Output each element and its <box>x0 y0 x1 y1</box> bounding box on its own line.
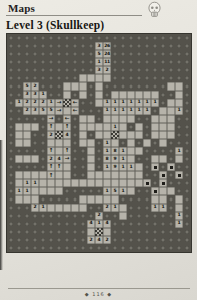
map-cell-floor <box>87 74 95 82</box>
map-cell-wall <box>183 171 191 179</box>
map-cell-wall <box>47 34 55 42</box>
map-cell-wall <box>167 220 175 228</box>
map-cell-wall <box>175 163 183 171</box>
map-cell-number: 2 <box>47 155 55 163</box>
map-cell-wall <box>63 228 71 236</box>
map-cell-wall <box>71 66 79 74</box>
map-cell-wall <box>127 228 135 236</box>
map-cell-arrow: ↑ <box>63 147 71 155</box>
map-cell-number: 1 <box>119 155 127 163</box>
map-cell-wall <box>79 155 87 163</box>
map-cell-wall <box>167 236 175 244</box>
map-cell-wall <box>15 212 23 220</box>
map-cell-floor <box>159 187 167 195</box>
map-cell-floor <box>175 204 183 212</box>
map-cell-wall <box>159 82 167 90</box>
map-cell-wall <box>39 42 47 50</box>
map-cell-wall <box>159 34 167 42</box>
map-cell-wall <box>183 187 191 195</box>
map-cell-floor <box>23 139 31 147</box>
map-cell-wall <box>127 34 135 42</box>
map-cell-wall <box>119 58 127 66</box>
map-cell-wall <box>71 74 79 82</box>
map-cell-pillar <box>175 171 183 179</box>
map-cell-floor <box>151 123 159 131</box>
map-cell-floor <box>79 91 87 99</box>
map-cell-wall <box>103 244 111 252</box>
map-cell-wall <box>23 244 31 252</box>
map-cell-wall <box>47 236 55 244</box>
map-cell-floor <box>167 82 175 90</box>
map-cell-floor <box>167 131 175 139</box>
map-cell-wall <box>111 212 119 220</box>
map-cell-wall <box>135 155 143 163</box>
map-cell-wall <box>151 107 159 115</box>
map-cell-floor <box>87 163 95 171</box>
map-cell-wall <box>7 220 15 228</box>
map-cell-wall <box>55 91 63 99</box>
map-cell-wall <box>63 42 71 50</box>
map-cell-wall <box>151 42 159 50</box>
map-cell-number: 2 <box>87 236 95 244</box>
map-cell-wall <box>87 42 95 50</box>
map-cell-wall <box>7 204 15 212</box>
map-cell-floor <box>159 155 167 163</box>
map-cell-wall <box>159 91 167 99</box>
map-cell-number: 8 <box>111 147 119 155</box>
map-cell-floor <box>15 155 23 163</box>
map-cell-wall <box>15 74 23 82</box>
map-cell-floor <box>135 147 143 155</box>
map-cell-wall <box>159 58 167 66</box>
map-cell-number: 2 <box>39 99 47 107</box>
map-cell-wall <box>143 163 151 171</box>
map-cell-wall <box>135 204 143 212</box>
map-cell-wall <box>183 115 191 123</box>
map-cell-wall <box>7 163 15 171</box>
map-cell-wall <box>127 74 135 82</box>
map-cell-floor <box>167 187 175 195</box>
map-cell-wall <box>7 34 15 42</box>
map-cell-wall <box>143 50 151 58</box>
map-cell-wall <box>15 34 23 42</box>
map-cell-wall <box>175 66 183 74</box>
map-cell-wall <box>47 66 55 74</box>
map-cell-wall <box>119 42 127 50</box>
map-cell-wall <box>79 50 87 58</box>
map-cell-wall <box>119 236 127 244</box>
map-cell-wall <box>47 42 55 50</box>
map-cell-wall <box>79 236 87 244</box>
map-cell-floor <box>127 139 135 147</box>
map-cell-number: 2 <box>47 131 55 139</box>
map-cell-wall <box>135 34 143 42</box>
map-cell-wall <box>7 66 15 74</box>
map-cell-wall <box>175 236 183 244</box>
map-cell-floor <box>151 115 159 123</box>
map-cell-wall <box>167 228 175 236</box>
map-cell-wall <box>151 58 159 66</box>
map-cell-wall <box>15 107 23 115</box>
map-cell-wall <box>31 236 39 244</box>
map-cell-floor <box>127 155 135 163</box>
map-cell-wall <box>71 34 79 42</box>
map-cell-wall <box>151 74 159 82</box>
map-cell-number: 1 <box>119 99 127 107</box>
map-cell-wall <box>23 50 31 58</box>
map-cell-wall <box>79 187 87 195</box>
map-cell-floor <box>103 123 111 131</box>
map-cell-wall <box>7 195 15 203</box>
map-cell-floor <box>95 123 103 131</box>
map-cell-wall <box>39 195 47 203</box>
map-cell-wall <box>143 244 151 252</box>
map-cell-wall <box>71 155 79 163</box>
map-cell-wall <box>135 195 143 203</box>
map-cell-floor <box>31 155 39 163</box>
map-cell-arrow: → <box>55 99 63 107</box>
map-cell-wall <box>183 155 191 163</box>
map-cell-wall <box>55 244 63 252</box>
map-cell-wall <box>71 163 79 171</box>
map-cell-wall <box>159 220 167 228</box>
map-cell-number: 1 <box>23 187 31 195</box>
map-cell-wall <box>127 220 135 228</box>
map-cell-wall <box>23 163 31 171</box>
map-cell-wall <box>87 34 95 42</box>
map-cell-wall <box>159 66 167 74</box>
map-cell-floor <box>119 131 127 139</box>
map-cell-wall <box>135 66 143 74</box>
map-cell-floor <box>71 179 79 187</box>
map-cell-number: 3 <box>95 66 103 74</box>
map-cell-floor <box>103 195 111 203</box>
map-cell-wall <box>7 82 15 90</box>
map-cell-wall <box>127 123 135 131</box>
map-cell-wall <box>151 147 159 155</box>
map-cell-wall <box>183 34 191 42</box>
map-cell-wall <box>7 58 15 66</box>
map-cell-wall <box>15 147 23 155</box>
map-cell-wall <box>183 123 191 131</box>
map-cell-arrow: → <box>55 107 63 115</box>
map-cell-number: 2 <box>23 107 31 115</box>
map-cell-wall <box>135 244 143 252</box>
map-cell-wall <box>127 244 135 252</box>
map-cell-wall <box>167 42 175 50</box>
map-cell-wall <box>127 204 135 212</box>
map-cell-wall <box>31 66 39 74</box>
map-cell-wall <box>135 139 143 147</box>
map-cell-wall <box>159 74 167 82</box>
map-cell-wall <box>143 228 151 236</box>
map-cell-wall <box>183 147 191 155</box>
map-cell-wall <box>71 244 79 252</box>
map-cell-wall <box>55 42 63 50</box>
map-cell-wall <box>7 115 15 123</box>
map-cell-wall <box>15 228 23 236</box>
map-cell-wall <box>183 228 191 236</box>
map-cell-floor <box>15 171 23 179</box>
map-cell-wall <box>63 187 71 195</box>
map-cell-floor <box>127 171 135 179</box>
map-cell-wall <box>135 82 143 90</box>
map-cell-wall <box>31 74 39 82</box>
map-cell-floor <box>159 115 167 123</box>
map-cell-wall <box>119 74 127 82</box>
map-cell-wall <box>63 74 71 82</box>
map-cell-wall <box>79 228 87 236</box>
map-cell-wall <box>63 58 71 66</box>
map-cell-number: 1 <box>103 163 111 171</box>
map-cell-wall <box>95 155 103 163</box>
map-cell-wall <box>111 42 119 50</box>
map-cell-number: 1 <box>119 107 127 115</box>
map-cell-checker <box>55 131 63 139</box>
map-cell-wall <box>135 115 143 123</box>
map-cell-wall <box>47 91 55 99</box>
map-cell-wall <box>87 91 95 99</box>
map-cell-wall <box>47 228 55 236</box>
map-cell-wall <box>183 107 191 115</box>
map-cell-floor <box>55 147 63 155</box>
map-cell-wall <box>7 179 15 187</box>
map-cell-number: 1 <box>119 163 127 171</box>
map-cell-wall <box>135 42 143 50</box>
map-cell-wall <box>175 244 183 252</box>
map-cell-wall <box>23 228 31 236</box>
map-cell-floor <box>119 179 127 187</box>
map-cell-wall <box>151 139 159 147</box>
map-cell-floor <box>47 179 55 187</box>
map-cell-floor <box>103 131 111 139</box>
map-cell-wall <box>167 147 175 155</box>
map-cell-floor <box>95 74 103 82</box>
map-cell-number: 3 <box>31 107 39 115</box>
map-cell-floor <box>119 115 127 123</box>
map-cell-wall <box>87 58 95 66</box>
map-cell-number: 1 <box>127 99 135 107</box>
map-cell-wall <box>143 82 151 90</box>
map-cell-wall <box>39 236 47 244</box>
map-cell-wall <box>31 220 39 228</box>
map-cell-wall <box>119 66 127 74</box>
map-cell-floor <box>39 179 47 187</box>
map-cell-wall <box>71 147 79 155</box>
map-cell-floor <box>95 131 103 139</box>
map-cell-wall <box>39 244 47 252</box>
map-cell-wall <box>31 34 39 42</box>
map-cell-wall <box>119 34 127 42</box>
map-cell-arrow: ← <box>63 115 71 123</box>
map-cell-wall <box>87 212 95 220</box>
map-cell-wall <box>95 244 103 252</box>
map-cell-wall <box>183 139 191 147</box>
map-cell-floor <box>71 204 79 212</box>
map-cell-wall <box>143 171 151 179</box>
map-cell-floor <box>167 115 175 123</box>
map-cell-floor <box>95 82 103 90</box>
map-cell-wall <box>39 50 47 58</box>
map-cell-wall <box>143 74 151 82</box>
map-cell-number: 2 <box>31 204 39 212</box>
map-cell-wall <box>63 66 71 74</box>
map-cell-floor <box>15 195 23 203</box>
map-cell-wall <box>127 42 135 50</box>
map-cell-wall <box>79 220 87 228</box>
map-cell-wall <box>71 187 79 195</box>
map-cell-wall <box>183 179 191 187</box>
map-cell-floor <box>119 171 127 179</box>
map-cell-wall <box>143 147 151 155</box>
map-cell-wall <box>87 244 95 252</box>
map-cell-wall <box>7 147 15 155</box>
map-cell-wall <box>79 58 87 66</box>
map-cell-wall <box>183 220 191 228</box>
map-cell-wall <box>151 236 159 244</box>
map-cell-wall <box>103 91 111 99</box>
map-cell-number: 1 <box>135 99 143 107</box>
map-cell-wall <box>111 34 119 42</box>
map-cell-floor <box>127 131 135 139</box>
map-cell-floor <box>159 107 167 115</box>
map-cell-wall <box>55 220 63 228</box>
map-grid: 326524111325233112221→←11111112355→←1111… <box>7 34 191 252</box>
map-cell-floor <box>159 131 167 139</box>
map-cell-floor <box>63 91 71 99</box>
map-cell-wall <box>167 50 175 58</box>
map-cell-arrow: ↑ <box>47 123 55 131</box>
map-cell-wall <box>31 50 39 58</box>
map-cell-wall <box>167 91 175 99</box>
map-cell-wall <box>63 34 71 42</box>
map-cell-wall <box>23 236 31 244</box>
map-cell-floor <box>23 155 31 163</box>
map-cell-wall <box>39 220 47 228</box>
map-cell-wall <box>95 139 103 147</box>
map-cell-arrow: ↑ <box>47 171 55 179</box>
map-cell-number: 1 <box>119 187 127 195</box>
map-cell-wall <box>87 131 95 139</box>
map-cell-floor <box>127 187 135 195</box>
map-cell-wall <box>175 42 183 50</box>
map-cell-floor <box>111 195 119 203</box>
map-cell-floor <box>119 204 127 212</box>
map-cell-wall <box>15 115 23 123</box>
map-cell-floor <box>55 179 63 187</box>
map-cell-wall <box>39 115 47 123</box>
map-cell-wall <box>119 139 127 147</box>
map-cell-floor <box>111 139 119 147</box>
map-cell-number: 11 <box>103 58 111 66</box>
map-cell-floor <box>95 171 103 179</box>
map-cell-wall <box>63 50 71 58</box>
map-cell-wall <box>71 212 79 220</box>
map-cell-wall <box>183 91 191 99</box>
map-cell-wall <box>119 244 127 252</box>
footer-rule <box>8 288 190 289</box>
map-cell-pillar <box>151 187 159 195</box>
map-cell-wall <box>15 204 23 212</box>
map-cell-wall <box>15 66 23 74</box>
map-cell-pillar <box>159 171 167 179</box>
map-cell-wall <box>7 131 15 139</box>
map-cell-wall <box>79 42 87 50</box>
map-cell-checker <box>63 99 71 107</box>
map-cell-wall <box>127 195 135 203</box>
map-cell-floor <box>119 123 127 131</box>
map-cell-floor <box>23 123 31 131</box>
map-cell-floor <box>63 139 71 147</box>
map-cell-wall <box>143 187 151 195</box>
map-cell-floor <box>135 171 143 179</box>
map-cell-wall <box>95 115 103 123</box>
skull-icon <box>146 1 163 22</box>
map-cell-floor <box>175 82 183 90</box>
map-cell-wall <box>7 155 15 163</box>
map-cell-arrow: ↑ <box>47 163 55 171</box>
map-cell-floor <box>79 204 87 212</box>
map-cell-wall <box>167 195 175 203</box>
map-cell-floor <box>15 139 23 147</box>
map-cell-wall <box>159 212 167 220</box>
map-cell-wall <box>31 42 39 50</box>
map-cell-number: 1 <box>111 99 119 107</box>
map-cell-wall <box>127 212 135 220</box>
map-cell-wall <box>95 147 103 155</box>
map-cell-wall <box>87 66 95 74</box>
map-cell-floor <box>87 155 95 163</box>
map-cell-floor <box>95 195 103 203</box>
map-cell-wall <box>87 50 95 58</box>
map-cell-wall <box>7 228 15 236</box>
map-cell-number: 3 <box>95 42 103 50</box>
map-cell-wall <box>143 155 151 163</box>
map-cell-floor <box>175 195 183 203</box>
map-cell-floor <box>79 131 87 139</box>
map-cell-wall <box>183 131 191 139</box>
map-cell-wall <box>151 66 159 74</box>
map-cell-floor <box>151 131 159 139</box>
map-cell-wall <box>39 131 47 139</box>
map-cell-wall <box>55 50 63 58</box>
map-cell-floor <box>167 99 175 107</box>
map-cell-floor <box>103 115 111 123</box>
map-cell-wall <box>39 34 47 42</box>
map-cell-wall <box>39 139 47 147</box>
map-cell-wall <box>135 58 143 66</box>
map-cell-wall <box>159 147 167 155</box>
map-cell-number: 1 <box>127 163 135 171</box>
map-cell-wall <box>71 91 79 99</box>
map-cell-wall <box>95 187 103 195</box>
map-cell-number: 9 <box>111 155 119 163</box>
map-cell-number: 1 <box>151 99 159 107</box>
map-cell-wall <box>183 50 191 58</box>
map-cell-wall <box>151 50 159 58</box>
map-cell-wall <box>175 50 183 58</box>
map-cell-number: 1 <box>143 99 151 107</box>
map-cell-number: 2 <box>31 82 39 90</box>
map-cell-wall <box>55 115 63 123</box>
map-cell-wall <box>79 171 87 179</box>
map-cell-wall <box>71 131 79 139</box>
map-cell-floor <box>79 74 87 82</box>
map-cell-wall <box>135 220 143 228</box>
map-cell-wall <box>167 171 175 179</box>
map-cell-wall <box>111 74 119 82</box>
map-cell-number: 1 <box>103 147 111 155</box>
